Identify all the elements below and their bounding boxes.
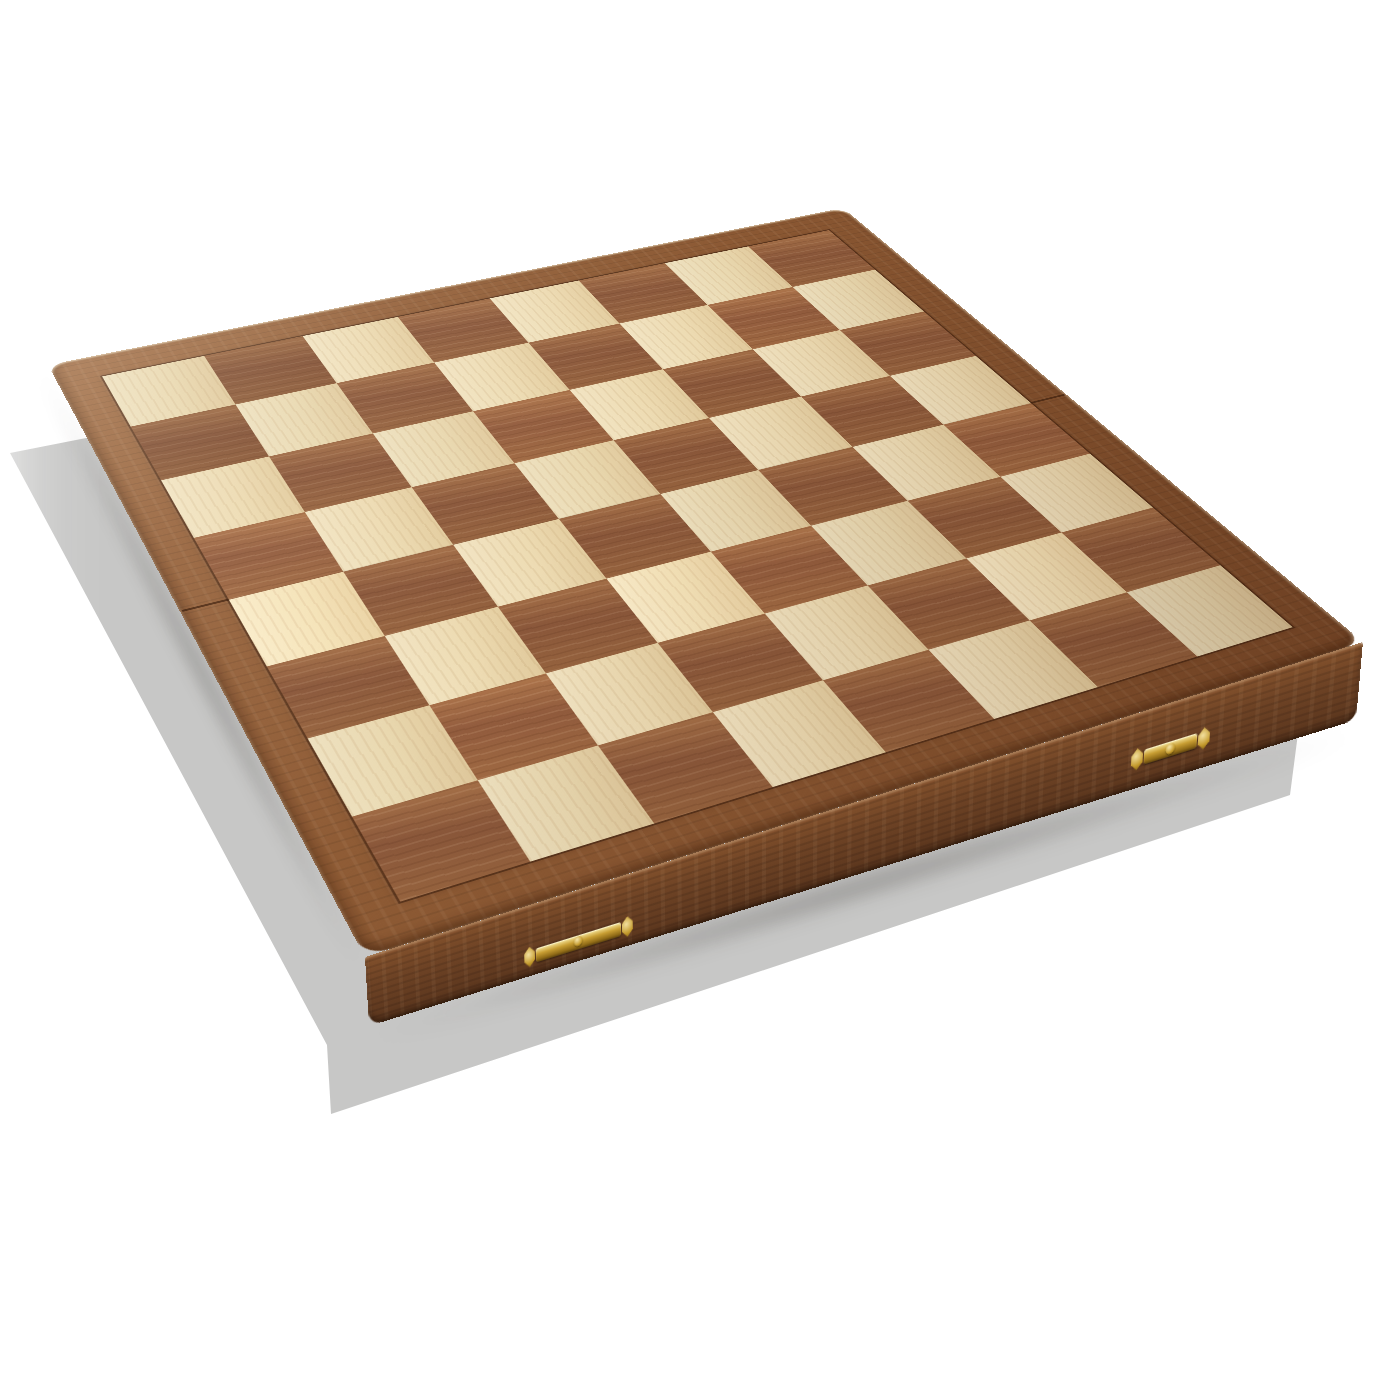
product-photo-scene — [0, 0, 1400, 1400]
fold-seam-notch-left — [182, 599, 230, 612]
hinge-finial-icon — [1131, 747, 1144, 772]
fold-seam-notch-right — [1030, 394, 1065, 404]
brass-hinge-right — [1131, 724, 1211, 773]
hinge-finial-icon — [524, 945, 535, 968]
hinge-finial-icon — [1197, 726, 1210, 752]
hinge-finial-icon — [622, 915, 633, 939]
